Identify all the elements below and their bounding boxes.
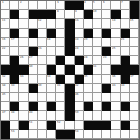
clue-number: 23 — [38, 47, 41, 50]
clue-number: 39 — [11, 84, 14, 87]
white-cell-r7c4[interactable]: 27 — [29, 56, 38, 65]
white-cell-r13c5[interactable] — [38, 111, 47, 120]
black-cell-r7c7 — [56, 56, 65, 65]
clue-number: 44 — [121, 84, 124, 87]
white-cell-r13c1[interactable]: 47 — [1, 111, 10, 120]
clue-number: 5 — [93, 1, 95, 4]
white-cell-r5c7[interactable] — [56, 38, 65, 47]
white-cell-r6c5[interactable]: 23 — [38, 47, 47, 56]
white-cell-r15c4[interactable] — [29, 130, 38, 139]
white-cell-r10c3[interactable] — [19, 84, 28, 93]
black-cell-r2c4 — [29, 10, 38, 19]
black-cell-r8c14 — [121, 65, 130, 74]
white-cell-r9c11[interactable] — [93, 75, 102, 84]
white-cell-r13c12[interactable] — [102, 111, 111, 120]
clue-number: 15 — [130, 19, 133, 22]
white-cell-r4c1[interactable] — [1, 29, 10, 38]
black-cell-r14c3 — [19, 121, 28, 130]
white-cell-r7c8[interactable] — [65, 56, 74, 65]
black-cell-r14c11 — [93, 121, 102, 130]
white-cell-r3c4[interactable] — [29, 19, 38, 28]
white-cell-r3c11[interactable] — [93, 19, 102, 28]
white-cell-r3c7[interactable] — [56, 19, 65, 28]
clue-number: 42 — [75, 84, 78, 87]
white-cell-r15c11[interactable] — [93, 130, 102, 139]
clue-number: 49 — [29, 111, 32, 114]
clue-number: 33 — [20, 75, 23, 78]
white-cell-r2c14[interactable] — [121, 10, 130, 19]
white-cell-r12c9[interactable] — [75, 102, 84, 111]
clue-number: 43 — [112, 84, 115, 87]
white-cell-r11c9[interactable]: 46 — [75, 93, 84, 102]
white-cell-r6c11[interactable] — [93, 47, 102, 56]
white-cell-r2c3[interactable] — [19, 10, 28, 19]
black-cell-r2c6 — [47, 10, 56, 19]
white-cell-r1c1[interactable]: 1 — [1, 1, 10, 10]
white-cell-r6c15[interactable] — [130, 47, 139, 56]
white-cell-r13c15[interactable] — [130, 111, 139, 120]
white-cell-r3c14[interactable] — [121, 19, 130, 28]
white-cell-r10c2[interactable]: 39 — [10, 84, 19, 93]
white-cell-r10c10[interactable] — [84, 84, 93, 93]
white-cell-r1c10[interactable]: 4 — [84, 1, 93, 10]
white-cell-r2c12[interactable] — [102, 10, 111, 19]
clue-number: 22 — [2, 47, 5, 50]
black-cell-r14c1 — [1, 121, 10, 130]
white-cell-r6c1[interactable]: 22 — [1, 47, 10, 56]
white-cell-r11c5[interactable] — [38, 93, 47, 102]
white-cell-r10c7[interactable]: 41 — [56, 84, 65, 93]
white-cell-r15c12[interactable] — [102, 130, 111, 139]
black-cell-r15c8 — [65, 130, 74, 139]
clue-number: 31 — [93, 65, 96, 68]
white-cell-r7c12[interactable]: 29 — [102, 56, 111, 65]
white-cell-r10c11[interactable] — [93, 84, 102, 93]
white-cell-r11c2[interactable] — [10, 93, 19, 102]
clue-number: 51 — [29, 121, 32, 124]
white-cell-r7c13[interactable] — [111, 56, 120, 65]
black-cell-r1c15 — [130, 1, 139, 10]
black-cell-r6c8 — [65, 47, 74, 56]
clue-number: 16 — [2, 38, 5, 41]
white-cell-r5c2[interactable]: 17 — [10, 38, 19, 47]
clue-number: 11 — [2, 19, 5, 22]
clue-number: 4 — [84, 1, 86, 4]
black-cell-r1c9 — [75, 1, 84, 10]
white-cell-r9c10[interactable]: 35 — [84, 75, 93, 84]
clue-number: 12 — [38, 19, 41, 22]
white-cell-r11c7[interactable] — [56, 93, 65, 102]
white-cell-r10c13[interactable]: 43 — [111, 84, 120, 93]
white-cell-r15c3[interactable] — [19, 130, 28, 139]
black-cell-r5c8 — [65, 38, 74, 47]
white-cell-r5c1[interactable]: 16 — [1, 38, 10, 47]
black-cell-r14c6 — [47, 121, 56, 130]
clue-number: 27 — [29, 56, 32, 59]
clue-number: 45 — [2, 93, 5, 96]
white-cell-r5c6[interactable]: 18 — [47, 38, 56, 47]
white-cell-r11c6[interactable] — [47, 93, 56, 102]
black-cell-r12c10 — [84, 102, 93, 111]
white-cell-r8c9[interactable] — [75, 65, 84, 74]
black-cell-r8c15 — [130, 65, 139, 74]
white-cell-r1c5[interactable] — [38, 1, 47, 10]
white-cell-r5c14[interactable]: 21 — [121, 38, 130, 47]
black-cell-r10c4 — [29, 84, 38, 93]
white-cell-r12c11[interactable] — [93, 102, 102, 111]
white-cell-r2c8[interactable] — [65, 10, 74, 19]
white-cell-r4c15[interactable] — [130, 29, 139, 38]
white-cell-r6c3[interactable] — [19, 47, 28, 56]
white-cell-r7c6[interactable] — [47, 56, 56, 65]
clue-number: 9 — [75, 10, 77, 13]
black-cell-r9c14 — [121, 75, 130, 84]
white-cell-r3c15[interactable]: 15 — [130, 19, 139, 28]
white-cell-r10c14[interactable]: 44 — [121, 84, 130, 93]
white-cell-r1c14[interactable]: 7 — [121, 1, 130, 10]
white-cell-r11c12[interactable] — [102, 93, 111, 102]
white-cell-r11c14[interactable] — [121, 93, 130, 102]
white-cell-r7c1[interactable] — [1, 56, 10, 65]
clue-number: 19 — [75, 38, 78, 41]
white-cell-r10c5[interactable]: 40 — [38, 84, 47, 93]
white-cell-r9c5[interactable] — [38, 75, 47, 84]
white-cell-r4c3[interactable] — [19, 29, 28, 38]
white-cell-r5c5[interactable] — [38, 38, 47, 47]
clue-number: 17 — [11, 38, 14, 41]
black-cell-r14c12 — [102, 121, 111, 130]
clue-number: 24 — [75, 47, 78, 50]
clue-number: 18 — [47, 38, 50, 41]
white-cell-r6c14[interactable] — [121, 47, 130, 56]
black-cell-r8c3 — [19, 65, 28, 74]
white-cell-r10c6[interactable] — [47, 84, 56, 93]
black-cell-r2c13 — [111, 10, 120, 19]
black-cell-r9c7 — [56, 75, 65, 84]
white-cell-r10c9[interactable]: 42 — [75, 84, 84, 93]
white-cell-r13c13[interactable] — [111, 111, 120, 120]
black-cell-r7c2 — [10, 56, 19, 65]
white-cell-r5c11[interactable] — [93, 38, 102, 47]
clue-number: 40 — [38, 84, 41, 87]
white-cell-r9c13[interactable]: 36 — [111, 75, 120, 84]
white-cell-r1c3[interactable]: 2 — [19, 1, 28, 10]
white-cell-r5c10[interactable]: 20 — [84, 38, 93, 47]
white-cell-r2c9[interactable]: 9 — [75, 10, 84, 19]
white-cell-r14c2[interactable] — [10, 121, 19, 130]
white-cell-r11c1[interactable]: 45 — [1, 93, 10, 102]
clue-number: 1 — [2, 1, 4, 4]
white-cell-r11c11[interactable] — [93, 93, 102, 102]
clue-number: 34 — [47, 75, 50, 78]
white-cell-r4c11[interactable] — [93, 29, 102, 38]
white-cell-r8c5[interactable] — [38, 65, 47, 74]
black-cell-r8c10 — [84, 65, 93, 74]
white-cell-r2c7[interactable]: 8 — [56, 10, 65, 19]
white-cell-r13c4[interactable]: 49 — [29, 111, 38, 120]
white-cell-r6c7[interactable] — [56, 47, 65, 56]
white-cell-r15c15[interactable] — [130, 130, 139, 139]
white-cell-r1c7[interactable]: 3 — [56, 1, 65, 10]
clue-number: 3 — [57, 1, 59, 4]
black-cell-r8c1 — [1, 65, 10, 74]
black-cell-r1c8 — [65, 1, 74, 10]
white-cell-r7c10[interactable]: 28 — [84, 56, 93, 65]
white-cell-r3c1[interactable]: 11 — [1, 19, 10, 28]
clue-number: 35 — [84, 75, 87, 78]
white-cell-r8c12[interactable] — [102, 65, 111, 74]
white-cell-r12c13[interactable] — [111, 102, 120, 111]
white-cell-r15c2[interactable]: 53 — [10, 130, 19, 139]
clue-number: 20 — [84, 38, 87, 41]
white-cell-r12c7[interactable] — [56, 102, 65, 111]
black-cell-r10c8 — [65, 84, 74, 93]
white-cell-r11c10[interactable] — [84, 93, 93, 102]
white-cell-r13c2[interactable]: 48 — [10, 111, 19, 120]
white-cell-r15c9[interactable]: 54 — [75, 130, 84, 139]
black-cell-r14c14 — [121, 121, 130, 130]
white-cell-r10c1[interactable]: 38 — [1, 84, 10, 93]
white-cell-r9c4[interactable] — [29, 75, 38, 84]
black-cell-r2c10 — [84, 10, 93, 19]
white-cell-r4c9[interactable] — [75, 29, 84, 38]
white-cell-r14c4[interactable]: 51 — [29, 121, 38, 130]
white-cell-r14c8[interactable] — [65, 121, 74, 130]
white-cell-r1c12[interactable]: 6 — [102, 1, 111, 10]
white-cell-r13c7[interactable] — [56, 111, 65, 120]
white-cell-r5c4[interactable] — [29, 38, 38, 47]
white-cell-r1c4[interactable] — [29, 1, 38, 10]
black-cell-r15c7 — [56, 130, 65, 139]
white-cell-r14c7[interactable]: 52 — [56, 121, 65, 130]
white-cell-r3c13[interactable]: 14 — [111, 19, 120, 28]
white-cell-r14c9[interactable] — [75, 121, 84, 130]
clue-number: 53 — [11, 130, 14, 133]
clue-number: 32 — [2, 75, 5, 78]
black-cell-r4c6 — [47, 29, 56, 38]
white-cell-r9c8[interactable] — [65, 75, 74, 84]
white-cell-r8c4[interactable]: 30 — [29, 65, 38, 74]
white-cell-r3c10[interactable] — [84, 19, 93, 28]
white-cell-r7c5[interactable] — [38, 56, 47, 65]
white-cell-r9c12[interactable] — [102, 75, 111, 84]
black-cell-r12c12 — [102, 102, 111, 111]
white-cell-r15c6[interactable] — [47, 130, 56, 139]
clue-number: 41 — [57, 84, 60, 87]
clue-number: 26 — [20, 56, 23, 59]
white-cell-r6c13[interactable]: 25 — [111, 47, 120, 56]
white-cell-r5c3[interactable] — [19, 38, 28, 47]
black-cell-r7c9 — [75, 56, 84, 65]
black-cell-r8c13 — [111, 65, 120, 74]
black-cell-r8c8 — [65, 65, 74, 74]
white-cell-r2c1[interactable] — [1, 10, 10, 19]
white-cell-r15c5[interactable] — [38, 130, 47, 139]
white-cell-r6c9[interactable]: 24 — [75, 47, 84, 56]
clue-number: 46 — [75, 93, 78, 96]
black-cell-r2c15 — [130, 10, 139, 19]
clue-number: 47 — [2, 111, 5, 114]
white-cell-r9c6[interactable]: 34 — [47, 75, 56, 84]
white-cell-r1c11[interactable]: 5 — [93, 1, 102, 10]
black-cell-r4c12 — [102, 29, 111, 38]
white-cell-r9c15[interactable]: 37 — [130, 75, 139, 84]
clue-number: 38 — [2, 84, 5, 87]
white-cell-r12c5[interactable] — [38, 102, 47, 111]
white-cell-r3c5[interactable]: 12 — [38, 19, 47, 28]
black-cell-r12c4 — [29, 102, 38, 111]
white-cell-r6c6[interactable] — [47, 47, 56, 56]
black-cell-r4c4 — [29, 29, 38, 38]
clue-number: 28 — [84, 56, 87, 59]
white-cell-r14c15[interactable] — [130, 121, 139, 130]
white-cell-r11c13[interactable] — [111, 93, 120, 102]
black-cell-r14c10 — [84, 121, 93, 130]
black-cell-r8c2 — [10, 65, 19, 74]
white-cell-r4c7[interactable] — [56, 29, 65, 38]
clue-number: 7 — [121, 1, 123, 4]
white-cell-r12c3[interactable] — [19, 102, 28, 111]
black-cell-r6c4 — [29, 47, 38, 56]
white-cell-r15c13[interactable] — [111, 130, 120, 139]
black-cell-r15c1 — [1, 130, 10, 139]
white-cell-r13c9[interactable]: 50 — [75, 111, 84, 120]
white-cell-r4c13[interactable] — [111, 29, 120, 38]
black-cell-r4c8 — [65, 29, 74, 38]
white-cell-r13c11[interactable] — [93, 111, 102, 120]
black-cell-r9c2 — [10, 75, 19, 84]
clue-number: 2 — [20, 1, 22, 4]
crossword-grid: 1234567891011121314151617181920212223242… — [0, 0, 140, 140]
white-cell-r7c11[interactable] — [93, 56, 102, 65]
white-cell-r5c12[interactable] — [102, 38, 111, 47]
white-cell-r6c2[interactable] — [10, 47, 19, 56]
clue-number: 29 — [103, 56, 106, 59]
white-cell-r15c10[interactable] — [84, 130, 93, 139]
black-cell-r2c2 — [10, 10, 19, 19]
white-cell-r2c11[interactable]: 10 — [93, 10, 102, 19]
white-cell-r11c15[interactable] — [130, 93, 139, 102]
white-cell-r1c2[interactable] — [10, 1, 19, 10]
white-cell-r14c13[interactable] — [111, 121, 120, 130]
white-cell-r13c6[interactable] — [47, 111, 56, 120]
white-cell-r7c3[interactable]: 26 — [19, 56, 28, 65]
black-cell-r4c10 — [84, 29, 93, 38]
white-cell-r11c4[interactable] — [29, 93, 38, 102]
black-cell-r12c2 — [10, 102, 19, 111]
black-cell-r4c14 — [121, 29, 130, 38]
clue-number: 52 — [57, 121, 60, 124]
clue-number: 13 — [75, 19, 78, 22]
white-cell-r3c12[interactable] — [102, 19, 111, 28]
clue-number: 10 — [93, 10, 96, 13]
black-cell-r12c6 — [47, 102, 56, 111]
clue-number: 30 — [29, 65, 32, 68]
white-cell-r8c11[interactable]: 31 — [93, 65, 102, 74]
white-cell-r12c1[interactable] — [1, 102, 10, 111]
black-cell-r4c2 — [10, 29, 19, 38]
white-cell-r15c14[interactable] — [121, 130, 130, 139]
clue-number: 37 — [130, 75, 133, 78]
clue-number: 48 — [11, 111, 14, 114]
clue-number: 54 — [75, 130, 78, 133]
black-cell-r9c9 — [75, 75, 84, 84]
white-cell-r10c15[interactable] — [130, 84, 139, 93]
white-cell-r13c14[interactable] — [121, 111, 130, 120]
white-cell-r8c7[interactable] — [56, 65, 65, 74]
white-cell-r3c9[interactable]: 13 — [75, 19, 84, 28]
white-cell-r3c3[interactable] — [19, 19, 28, 28]
black-cell-r2c5 — [38, 10, 47, 19]
white-cell-r13c3[interactable] — [19, 111, 28, 120]
white-cell-r11c3[interactable] — [19, 93, 28, 102]
black-cell-r12c8 — [65, 102, 74, 111]
black-cell-r10c12 — [102, 84, 111, 93]
white-cell-r3c6[interactable] — [47, 19, 56, 28]
black-cell-r6c12 — [102, 47, 111, 56]
white-cell-r12c15[interactable] — [130, 102, 139, 111]
clue-number: 6 — [103, 1, 105, 4]
black-cell-r11c8 — [65, 93, 74, 102]
white-cell-r5c9[interactable]: 19 — [75, 38, 84, 47]
clue-number: 21 — [121, 38, 124, 41]
clue-number: 36 — [112, 75, 115, 78]
white-cell-r5c15[interactable] — [130, 38, 139, 47]
black-cell-r13c8 — [65, 111, 74, 120]
white-cell-r14c5[interactable] — [38, 121, 47, 130]
white-cell-r13c10[interactable] — [84, 111, 93, 120]
white-cell-r3c2[interactable] — [10, 19, 19, 28]
white-cell-r7c15[interactable] — [130, 56, 139, 65]
black-cell-r3c8 — [65, 19, 74, 28]
white-cell-r5c13[interactable] — [111, 38, 120, 47]
black-cell-r7c14 — [121, 56, 130, 65]
white-cell-r1c6[interactable] — [47, 1, 56, 10]
white-cell-r6c10[interactable] — [84, 47, 93, 56]
white-cell-r9c1[interactable]: 32 — [1, 75, 10, 84]
clue-number: 14 — [112, 19, 115, 22]
clue-number: 50 — [75, 111, 78, 114]
clue-number: 8 — [57, 10, 59, 13]
black-cell-r12c14 — [121, 102, 130, 111]
black-cell-r8c6 — [47, 65, 56, 74]
white-cell-r4c5[interactable] — [38, 29, 47, 38]
white-cell-r9c3[interactable]: 33 — [19, 75, 28, 84]
white-cell-r1c13[interactable] — [111, 1, 120, 10]
clue-number: 25 — [112, 47, 115, 50]
